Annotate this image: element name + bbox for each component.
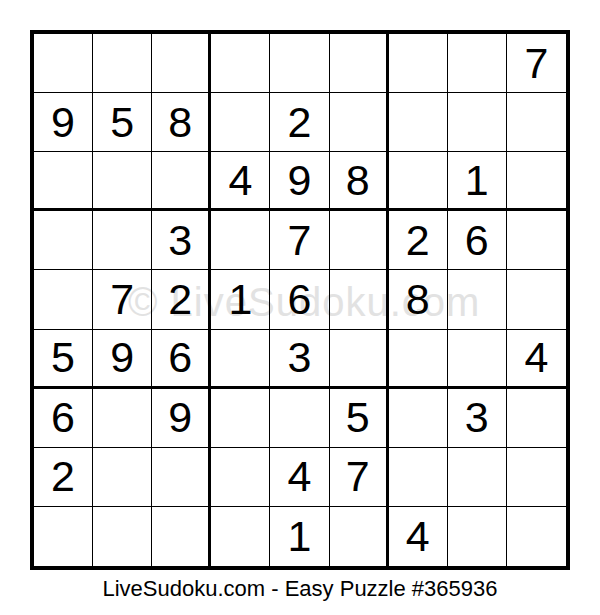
cell-r3c9[interactable] — [507, 152, 566, 211]
cell-r5c8[interactable] — [448, 270, 507, 329]
cell-r2c1[interactable]: 9 — [34, 93, 93, 152]
cell-r3c5[interactable]: 9 — [270, 152, 329, 211]
cell-r8c4[interactable] — [211, 448, 270, 507]
cell-r5c4[interactable]: 1 — [211, 270, 270, 329]
cell-r3c4[interactable]: 4 — [211, 152, 270, 211]
cell-r4c7[interactable]: 2 — [389, 211, 448, 270]
cell-r4c3[interactable]: 3 — [152, 211, 211, 270]
cell-r4c2[interactable] — [93, 211, 152, 270]
cell-r4c6[interactable] — [330, 211, 389, 270]
cell-r3c2[interactable] — [93, 152, 152, 211]
cell-r2c3[interactable]: 8 — [152, 93, 211, 152]
cell-r2c9[interactable] — [507, 93, 566, 152]
cell-r6c1[interactable]: 5 — [34, 330, 93, 389]
cell-r6c9[interactable]: 4 — [507, 330, 566, 389]
cell-r9c5[interactable]: 1 — [270, 507, 329, 566]
cell-r6c7[interactable] — [389, 330, 448, 389]
cell-r1c5[interactable] — [270, 34, 329, 93]
cell-r5c7[interactable]: 8 — [389, 270, 448, 329]
cell-r3c1[interactable] — [34, 152, 93, 211]
cell-r7c6[interactable]: 5 — [330, 389, 389, 448]
cell-r9c3[interactable] — [152, 507, 211, 566]
cell-r6c5[interactable]: 3 — [270, 330, 329, 389]
cell-r4c5[interactable]: 7 — [270, 211, 329, 270]
cell-r8c3[interactable] — [152, 448, 211, 507]
cell-r9c8[interactable] — [448, 507, 507, 566]
cell-r8c9[interactable] — [507, 448, 566, 507]
cell-r8c2[interactable] — [93, 448, 152, 507]
cell-r8c7[interactable] — [389, 448, 448, 507]
cell-r1c8[interactable] — [448, 34, 507, 93]
cell-r5c6[interactable] — [330, 270, 389, 329]
page-root: © LiveSudoku.com 79582498137267216859634… — [0, 0, 600, 615]
cell-r5c2[interactable]: 7 — [93, 270, 152, 329]
cell-r1c1[interactable] — [34, 34, 93, 93]
cell-r5c1[interactable] — [34, 270, 93, 329]
cell-r3c6[interactable]: 8 — [330, 152, 389, 211]
cell-r7c7[interactable] — [389, 389, 448, 448]
cell-r5c9[interactable] — [507, 270, 566, 329]
cell-r7c2[interactable] — [93, 389, 152, 448]
cell-r9c4[interactable] — [211, 507, 270, 566]
cell-r7c1[interactable]: 6 — [34, 389, 93, 448]
cell-r9c7[interactable]: 4 — [389, 507, 448, 566]
cell-r7c8[interactable]: 3 — [448, 389, 507, 448]
cell-r2c8[interactable] — [448, 93, 507, 152]
cell-r6c6[interactable] — [330, 330, 389, 389]
cell-r5c3[interactable]: 2 — [152, 270, 211, 329]
cell-r5c5[interactable]: 6 — [270, 270, 329, 329]
cell-r9c1[interactable] — [34, 507, 93, 566]
cell-r3c8[interactable]: 1 — [448, 152, 507, 211]
cell-r7c4[interactable] — [211, 389, 270, 448]
cell-r3c3[interactable] — [152, 152, 211, 211]
cell-r4c1[interactable] — [34, 211, 93, 270]
cell-r1c2[interactable] — [93, 34, 152, 93]
cell-r8c1[interactable]: 2 — [34, 448, 93, 507]
cell-r1c9[interactable]: 7 — [507, 34, 566, 93]
cell-r7c3[interactable]: 9 — [152, 389, 211, 448]
cell-r8c6[interactable]: 7 — [330, 448, 389, 507]
cell-r2c7[interactable] — [389, 93, 448, 152]
sudoku-board: © LiveSudoku.com 79582498137267216859634… — [30, 30, 570, 570]
cell-r2c5[interactable]: 2 — [270, 93, 329, 152]
cell-r1c4[interactable] — [211, 34, 270, 93]
cell-r8c5[interactable]: 4 — [270, 448, 329, 507]
cell-r6c4[interactable] — [211, 330, 270, 389]
cell-r2c2[interactable]: 5 — [93, 93, 152, 152]
cell-r9c9[interactable] — [507, 507, 566, 566]
cell-r2c6[interactable] — [330, 93, 389, 152]
cell-r4c9[interactable] — [507, 211, 566, 270]
cell-r9c2[interactable] — [93, 507, 152, 566]
cell-r1c6[interactable] — [330, 34, 389, 93]
cell-r9c6[interactable] — [330, 507, 389, 566]
cell-r3c7[interactable] — [389, 152, 448, 211]
cell-r4c4[interactable] — [211, 211, 270, 270]
cell-r4c8[interactable]: 6 — [448, 211, 507, 270]
cell-r1c7[interactable] — [389, 34, 448, 93]
cell-r6c8[interactable] — [448, 330, 507, 389]
cell-r7c9[interactable] — [507, 389, 566, 448]
cell-r1c3[interactable] — [152, 34, 211, 93]
cell-r7c5[interactable] — [270, 389, 329, 448]
cell-r6c3[interactable]: 6 — [152, 330, 211, 389]
cell-r6c2[interactable]: 9 — [93, 330, 152, 389]
puzzle-caption: LiveSudoku.com - Easy Puzzle #365936 — [0, 576, 600, 602]
cell-r2c4[interactable] — [211, 93, 270, 152]
cell-r8c8[interactable] — [448, 448, 507, 507]
